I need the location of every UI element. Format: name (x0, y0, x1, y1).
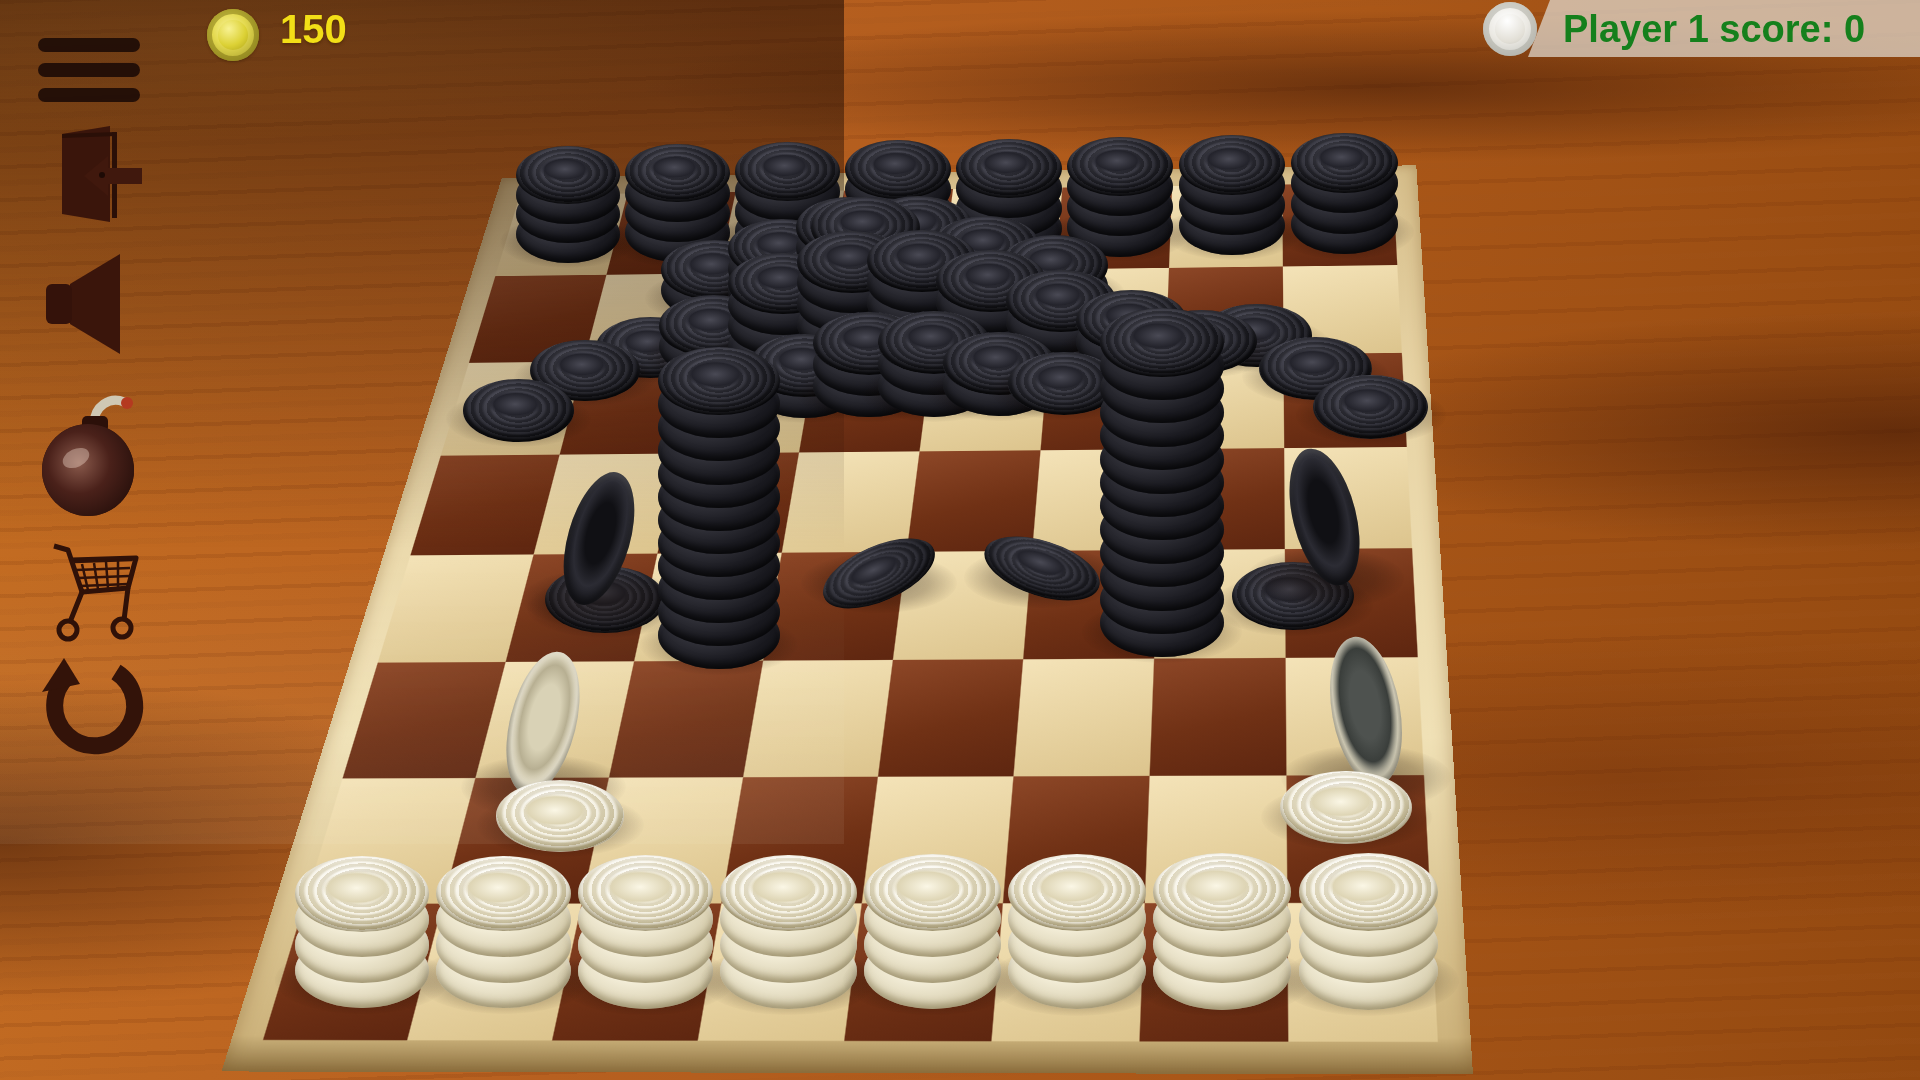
checker-disc (463, 379, 574, 441)
square-r5c3[interactable] (743, 660, 893, 777)
black-stack-of-4[interactable] (1179, 135, 1285, 255)
checker-disc (1280, 771, 1412, 845)
checker-disc (578, 855, 714, 931)
bomb-button[interactable] (24, 388, 144, 518)
square-r5c5[interactable] (1013, 659, 1154, 777)
cart-icon (24, 528, 154, 646)
white-stack-of-4[interactable] (1299, 853, 1438, 1010)
checker-disc (1291, 133, 1398, 193)
player-checker-icon (1483, 2, 1537, 56)
menu-icon (38, 38, 140, 52)
score-text: Player 1 score: 0 (1563, 8, 1865, 51)
black-checker-on-edge[interactable] (1293, 447, 1356, 587)
black-stack-of-12[interactable] (658, 347, 780, 669)
white-stack-of-4[interactable] (1008, 854, 1146, 1010)
square-r5c6[interactable] (1150, 658, 1287, 776)
square-r5c2[interactable] (609, 661, 763, 778)
checker-disc (720, 855, 856, 931)
undo-arrow-icon (24, 650, 154, 770)
exit-door-icon (24, 118, 144, 238)
white-checker[interactable] (496, 780, 625, 852)
white-stack-of-4[interactable] (578, 855, 714, 1008)
checker-disc (956, 139, 1062, 198)
checker-disc (1299, 853, 1438, 931)
checker-disc (625, 144, 729, 202)
shop-button[interactable] (24, 528, 144, 646)
checker-disc (496, 780, 625, 852)
checker-disc (976, 524, 1107, 614)
black-tilted-checker[interactable] (819, 540, 939, 607)
checker-disc (735, 142, 840, 201)
checker-disc (1179, 135, 1285, 195)
black-stack-of-13[interactable] (1100, 308, 1223, 658)
white-checker-on-edge[interactable] (510, 650, 576, 796)
white-checker-on-edge[interactable] (1332, 636, 1400, 786)
coin-count: 150 (280, 7, 347, 52)
checker-disc (864, 854, 1001, 931)
square-r5c4[interactable] (878, 659, 1023, 777)
checker-disc (1313, 375, 1428, 439)
menu-icon (38, 63, 140, 77)
checker-disc (436, 856, 571, 932)
black-checker[interactable] (1313, 375, 1428, 439)
black-checker[interactable] (463, 379, 574, 441)
white-stack-of-4[interactable] (864, 854, 1001, 1009)
menu-icon (38, 88, 140, 102)
checker-disc (1153, 853, 1291, 931)
white-stack-of-4[interactable] (1153, 853, 1291, 1009)
white-stack-of-4[interactable] (295, 856, 429, 1008)
black-checker-on-edge[interactable] (568, 470, 630, 607)
checker-disc (658, 347, 780, 415)
coin-icon (207, 9, 259, 61)
black-stack-of-4[interactable] (1291, 133, 1398, 254)
bomb-icon (24, 388, 154, 518)
checker-disc (1008, 854, 1146, 931)
checker-edge-face (1320, 632, 1413, 791)
black-stack-of-4[interactable] (516, 146, 620, 263)
restart-button[interactable] (24, 650, 144, 770)
black-tilted-checker[interactable] (982, 535, 1102, 602)
white-stack-of-4[interactable] (720, 855, 856, 1009)
white-stack-of-4[interactable] (436, 856, 571, 1008)
speaker-icon (24, 252, 144, 357)
exit-button[interactable] (24, 118, 144, 238)
square-r3c3[interactable] (782, 451, 920, 552)
checker-disc (1067, 137, 1173, 196)
white-checker[interactable] (1280, 771, 1412, 845)
menu-button[interactable] (36, 30, 144, 108)
sound-button[interactable] (24, 252, 144, 357)
checker-disc (1100, 308, 1223, 377)
checker-disc (295, 856, 429, 931)
checker-disc (845, 140, 950, 199)
checker-disc (516, 146, 620, 204)
